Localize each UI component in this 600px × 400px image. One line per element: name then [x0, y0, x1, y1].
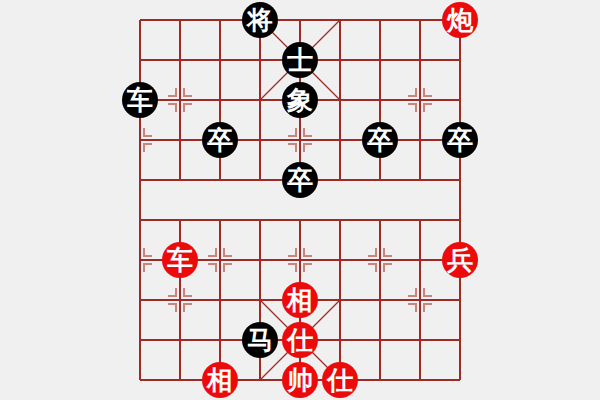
black-horse[interactable]: 马	[242, 322, 278, 358]
point-c4r3[interactable]	[280, 120, 320, 160]
point-c6r6[interactable]	[360, 240, 400, 280]
point-c6r2[interactable]	[360, 80, 400, 120]
point-c2r1[interactable]	[200, 40, 240, 80]
point-c2r0[interactable]	[200, 0, 240, 40]
point-c0r1[interactable]	[120, 40, 160, 80]
point-c3r6[interactable]	[240, 240, 280, 280]
point-c8r8[interactable]	[440, 320, 480, 360]
point-c4r1[interactable]: 士	[280, 40, 320, 80]
point-c2r5[interactable]	[200, 200, 240, 240]
point-c3r8[interactable]: 马	[240, 320, 280, 360]
point-c4r4[interactable]: 卒	[280, 160, 320, 200]
point-c0r0[interactable]	[120, 0, 160, 40]
point-c0r9[interactable]	[120, 360, 160, 400]
red-advisor[interactable]: 仕	[282, 322, 318, 358]
xiangqi-board: 将炮士车象卒卒卒卒车兵相马仕相帅仕	[0, 0, 600, 400]
point-c1r2[interactable]	[160, 80, 200, 120]
red-elephant[interactable]: 相	[202, 362, 238, 398]
point-c4r0[interactable]	[280, 0, 320, 40]
point-c0r4[interactable]	[120, 160, 160, 200]
point-c7r5[interactable]	[400, 200, 440, 240]
point-c3r5[interactable]	[240, 200, 280, 240]
point-c2r4[interactable]	[200, 160, 240, 200]
point-c5r8[interactable]	[320, 320, 360, 360]
black-soldier[interactable]: 卒	[442, 122, 478, 158]
point-c7r0[interactable]	[400, 0, 440, 40]
point-c2r2[interactable]	[200, 80, 240, 120]
point-c3r2[interactable]	[240, 80, 280, 120]
point-c7r6[interactable]	[400, 240, 440, 280]
point-c4r9[interactable]: 帅	[280, 360, 320, 400]
black-advisor[interactable]: 士	[282, 42, 318, 78]
point-c0r8[interactable]	[120, 320, 160, 360]
point-c1r7[interactable]	[160, 280, 200, 320]
point-c8r4[interactable]	[440, 160, 480, 200]
point-c5r1[interactable]	[320, 40, 360, 80]
point-c1r6[interactable]: 车	[160, 240, 200, 280]
board-points: 将炮士车象卒卒卒卒车兵相马仕相帅仕	[120, 0, 480, 400]
point-c7r9[interactable]	[400, 360, 440, 400]
point-c1r1[interactable]	[160, 40, 200, 80]
point-c5r4[interactable]	[320, 160, 360, 200]
point-c4r6[interactable]	[280, 240, 320, 280]
point-c6r7[interactable]	[360, 280, 400, 320]
point-c3r1[interactable]	[240, 40, 280, 80]
point-c7r7[interactable]	[400, 280, 440, 320]
point-c8r0[interactable]: 炮	[440, 0, 480, 40]
red-advisor[interactable]: 仕	[322, 362, 358, 398]
point-c7r3[interactable]	[400, 120, 440, 160]
point-c7r4[interactable]	[400, 160, 440, 200]
point-c5r9[interactable]: 仕	[320, 360, 360, 400]
point-c8r2[interactable]	[440, 80, 480, 120]
point-c3r4[interactable]	[240, 160, 280, 200]
point-c2r7[interactable]	[200, 280, 240, 320]
red-chariot[interactable]: 车	[162, 242, 198, 278]
point-c6r0[interactable]	[360, 0, 400, 40]
point-c1r0[interactable]	[160, 0, 200, 40]
point-c1r4[interactable]	[160, 160, 200, 200]
point-c4r5[interactable]	[280, 200, 320, 240]
point-c1r3[interactable]	[160, 120, 200, 160]
red-general[interactable]: 帅	[282, 362, 318, 398]
point-c7r2[interactable]	[400, 80, 440, 120]
black-chariot[interactable]: 车	[122, 82, 158, 118]
point-c0r7[interactable]	[120, 280, 160, 320]
point-c2r6[interactable]	[200, 240, 240, 280]
point-c0r5[interactable]	[120, 200, 160, 240]
point-c2r8[interactable]	[200, 320, 240, 360]
point-c8r3[interactable]: 卒	[440, 120, 480, 160]
black-soldier[interactable]: 卒	[362, 122, 398, 158]
point-c1r8[interactable]	[160, 320, 200, 360]
point-c7r8[interactable]	[400, 320, 440, 360]
point-c6r1[interactable]	[360, 40, 400, 80]
point-c6r9[interactable]	[360, 360, 400, 400]
point-c8r1[interactable]	[440, 40, 480, 80]
black-general[interactable]: 将	[242, 2, 278, 38]
black-soldier[interactable]: 卒	[282, 162, 318, 198]
point-c3r9[interactable]	[240, 360, 280, 400]
red-soldier[interactable]: 兵	[442, 242, 478, 278]
point-c0r3[interactable]	[120, 120, 160, 160]
point-c4r2[interactable]: 象	[280, 80, 320, 120]
point-c5r3[interactable]	[320, 120, 360, 160]
point-c5r7[interactable]	[320, 280, 360, 320]
point-c5r5[interactable]	[320, 200, 360, 240]
point-c6r3[interactable]: 卒	[360, 120, 400, 160]
point-c1r5[interactable]	[160, 200, 200, 240]
point-c8r5[interactable]	[440, 200, 480, 240]
red-cannon[interactable]: 炮	[442, 2, 478, 38]
point-c5r0[interactable]	[320, 0, 360, 40]
point-c6r4[interactable]	[360, 160, 400, 200]
point-c4r7[interactable]: 相	[280, 280, 320, 320]
point-c2r9[interactable]: 相	[200, 360, 240, 400]
point-c3r0[interactable]: 将	[240, 0, 280, 40]
red-elephant[interactable]: 相	[282, 282, 318, 318]
point-c3r3[interactable]	[240, 120, 280, 160]
point-c5r6[interactable]	[320, 240, 360, 280]
point-c5r2[interactable]	[320, 80, 360, 120]
point-c4r8[interactable]: 仕	[280, 320, 320, 360]
point-c7r1[interactable]	[400, 40, 440, 80]
black-soldier[interactable]: 卒	[202, 122, 238, 158]
point-c6r8[interactable]	[360, 320, 400, 360]
black-elephant[interactable]: 象	[282, 82, 318, 118]
point-c6r5[interactable]	[360, 200, 400, 240]
point-c0r2[interactable]: 车	[120, 80, 160, 120]
point-c0r6[interactable]	[120, 240, 160, 280]
point-c3r7[interactable]	[240, 280, 280, 320]
point-c8r6[interactable]: 兵	[440, 240, 480, 280]
point-c1r9[interactable]	[160, 360, 200, 400]
point-c8r9[interactable]	[440, 360, 480, 400]
point-c8r7[interactable]	[440, 280, 480, 320]
point-c2r3[interactable]: 卒	[200, 120, 240, 160]
